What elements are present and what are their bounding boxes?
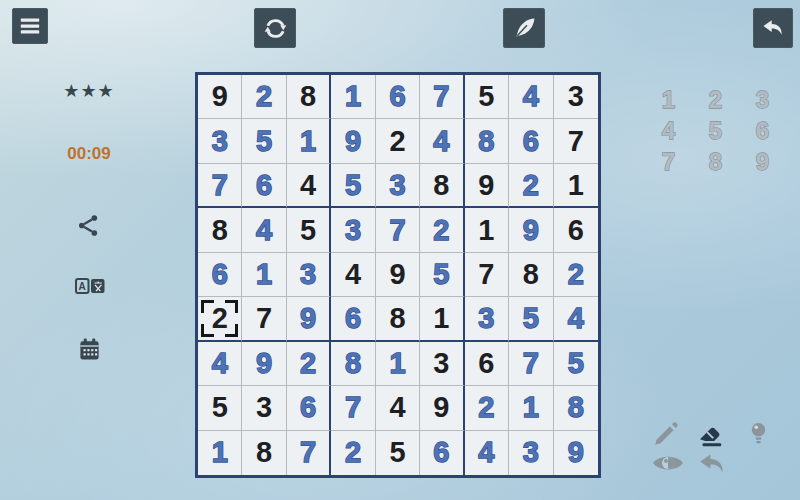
pad-digit-7[interactable]: 7 xyxy=(662,148,675,176)
cell-r4c4[interactable]: 3 xyxy=(331,208,375,252)
cell-r5c4[interactable]: 4 xyxy=(331,253,375,297)
cell-r1c1[interactable]: 9 xyxy=(198,75,242,119)
cell-value: 9 xyxy=(389,260,405,289)
cell-r7c7[interactable]: 6 xyxy=(465,342,509,386)
cell-value: 6 xyxy=(433,438,449,467)
cell-r4c2[interactable]: 4 xyxy=(242,208,286,252)
menu-button[interactable] xyxy=(12,8,48,44)
cell-value: 2 xyxy=(389,127,405,156)
cell-r7c8[interactable]: 7 xyxy=(509,342,553,386)
cell-r3c8[interactable]: 2 xyxy=(509,164,553,208)
hamburger-menu-icon xyxy=(17,13,43,39)
cell-r2c7[interactable]: 8 xyxy=(465,119,509,163)
cell-value: 2 xyxy=(523,171,539,200)
cell-value: 8 xyxy=(478,127,494,156)
cell-r5c9[interactable]: 2 xyxy=(554,253,598,297)
cell-value: 1 xyxy=(478,216,494,245)
cell-r9c4[interactable]: 2 xyxy=(331,431,375,475)
cell-value: 8 xyxy=(433,171,449,200)
cell-value: 8 xyxy=(256,438,272,467)
cell-value: 5 xyxy=(345,171,361,200)
cell-r7c3[interactable]: 2 xyxy=(287,342,331,386)
cell-r4c9[interactable]: 6 xyxy=(554,208,598,252)
cell-r2c9[interactable]: 7 xyxy=(554,119,598,163)
cell-value: 9 xyxy=(256,349,272,378)
cell-value: 4 xyxy=(389,393,405,422)
number-pad: 123456789 xyxy=(645,84,786,177)
cell-r5c6[interactable]: 5 xyxy=(420,253,464,297)
cell-value: 7 xyxy=(212,171,228,200)
cell-r6c9[interactable]: 4 xyxy=(554,297,598,341)
cell-r1c5[interactable]: 6 xyxy=(376,75,420,119)
cell-r1c8[interactable]: 4 xyxy=(509,75,553,119)
cell-value: 7 xyxy=(568,127,584,156)
cell-value: 5 xyxy=(523,304,539,333)
cell-r4c8[interactable]: 9 xyxy=(509,208,553,252)
calendar-button[interactable] xyxy=(78,337,101,362)
difficulty-stars: ★★★ xyxy=(57,80,121,102)
cell-r4c5[interactable]: 7 xyxy=(376,208,420,252)
cell-value: 7 xyxy=(345,393,361,422)
cell-value: 2 xyxy=(478,393,494,422)
calendar-icon xyxy=(78,337,101,362)
cell-value: 7 xyxy=(478,260,494,289)
cell-value: 2 xyxy=(568,260,584,289)
cell-value: 2 xyxy=(256,82,272,111)
share-icon xyxy=(76,212,101,239)
cell-r1c7[interactable]: 5 xyxy=(465,75,509,119)
cell-r7c4[interactable]: 8 xyxy=(331,342,375,386)
cell-value: 7 xyxy=(523,349,539,378)
cell-value: 7 xyxy=(389,216,405,245)
restart-sync-icon xyxy=(262,15,289,42)
undo-button[interactable] xyxy=(695,448,729,480)
share-button[interactable] xyxy=(76,212,101,239)
cell-r5c5[interactable]: 9 xyxy=(376,253,420,297)
cell-value: 8 xyxy=(568,393,584,422)
cell-r9c7[interactable]: 4 xyxy=(465,431,509,475)
pad-digit-6[interactable]: 6 xyxy=(756,117,769,145)
cell-value: 6 xyxy=(256,171,272,200)
cell-value: 5 xyxy=(389,438,405,467)
translate-icon: A xyxy=(75,276,105,296)
cell-r3c5[interactable]: 3 xyxy=(376,164,420,208)
cell-r8c8[interactable]: 1 xyxy=(509,386,553,430)
cell-value: 5 xyxy=(433,260,449,289)
pad-digit-8[interactable]: 8 xyxy=(709,148,722,176)
pad-digit-4[interactable]: 4 xyxy=(662,117,675,145)
cell-value: 6 xyxy=(478,349,494,378)
cell-r9c2[interactable]: 8 xyxy=(242,431,286,475)
cell-r6c6[interactable]: 1 xyxy=(420,297,464,341)
cell-value: 8 xyxy=(345,349,361,378)
cell-value: 5 xyxy=(478,82,494,111)
pad-digit-2[interactable]: 2 xyxy=(709,86,722,114)
cell-r8c9[interactable]: 8 xyxy=(554,386,598,430)
cell-r6c2[interactable]: 7 xyxy=(242,297,286,341)
cell-r3c7[interactable]: 9 xyxy=(465,164,509,208)
cell-r6c1[interactable]: 2 xyxy=(198,297,242,341)
cell-value: 4 xyxy=(345,260,361,289)
restart-button[interactable] xyxy=(254,8,296,48)
eraser-icon xyxy=(696,419,726,449)
cell-r8c3[interactable]: 6 xyxy=(287,386,331,430)
cell-value: 3 xyxy=(345,216,361,245)
cell-r6c5[interactable]: 8 xyxy=(376,297,420,341)
eye-icon xyxy=(651,451,685,475)
cell-r3c4[interactable]: 5 xyxy=(331,164,375,208)
cell-r5c7[interactable]: 7 xyxy=(465,253,509,297)
pencil-button[interactable] xyxy=(650,420,680,450)
cell-r6c4[interactable]: 6 xyxy=(331,297,375,341)
cell-value: 5 xyxy=(568,349,584,378)
pad-digit-3[interactable]: 3 xyxy=(756,86,769,114)
back-button[interactable] xyxy=(753,8,793,48)
sudoku-board: 9281675433519248677645389218453721966134… xyxy=(195,72,601,478)
cell-value: 9 xyxy=(212,82,228,111)
cell-value: 1 xyxy=(523,393,539,422)
cell-r8c5[interactable]: 4 xyxy=(376,386,420,430)
cell-r3c3[interactable]: 4 xyxy=(287,164,331,208)
cell-r1c2[interactable]: 2 xyxy=(242,75,286,119)
cell-r5c8[interactable]: 8 xyxy=(509,253,553,297)
cell-r5c3[interactable]: 3 xyxy=(287,253,331,297)
cell-value: 3 xyxy=(433,349,449,378)
cell-value: 6 xyxy=(212,260,228,289)
cell-value: 6 xyxy=(523,127,539,156)
cell-r9c8[interactable]: 3 xyxy=(509,431,553,475)
eraser-button[interactable] xyxy=(696,419,726,449)
cell-value: 5 xyxy=(256,127,272,156)
timer: 00:09 xyxy=(57,144,121,164)
cell-r7c1[interactable]: 4 xyxy=(198,342,242,386)
cell-value: 2 xyxy=(300,349,316,378)
cell-r9c5[interactable]: 5 xyxy=(376,431,420,475)
cell-value: 7 xyxy=(256,304,272,333)
cell-value: 2 xyxy=(345,438,361,467)
cell-value: 7 xyxy=(433,82,449,111)
svg-text:A: A xyxy=(79,281,86,292)
cell-value: 4 xyxy=(523,82,539,111)
hint-button[interactable] xyxy=(745,419,772,449)
cell-r6c8[interactable]: 5 xyxy=(509,297,553,341)
lightbulb-hint-icon xyxy=(745,419,772,449)
pad-digit-1[interactable]: 1 xyxy=(662,86,675,114)
cell-r8c1[interactable]: 5 xyxy=(198,386,242,430)
cell-value: 4 xyxy=(300,171,316,200)
cell-r8c6[interactable]: 9 xyxy=(420,386,464,430)
eye-button[interactable] xyxy=(651,451,685,475)
cell-value: 6 xyxy=(345,304,361,333)
undo-arrow-icon xyxy=(760,15,786,41)
cell-value: 9 xyxy=(568,438,584,467)
cell-value: 1 xyxy=(389,349,405,378)
cell-r2c3[interactable]: 1 xyxy=(287,119,331,163)
cell-value: 1 xyxy=(568,171,584,200)
cell-r7c5[interactable]: 1 xyxy=(376,342,420,386)
cell-value: 9 xyxy=(345,127,361,156)
cell-value: 3 xyxy=(389,171,405,200)
cell-r3c9[interactable]: 1 xyxy=(554,164,598,208)
cell-r4c1[interactable]: 8 xyxy=(198,208,242,252)
cell-r5c2[interactable]: 1 xyxy=(242,253,286,297)
cell-value: 8 xyxy=(523,260,539,289)
pen-mode-button[interactable] xyxy=(503,8,545,48)
cell-r9c1[interactable]: 1 xyxy=(198,431,242,475)
cell-r7c6[interactable]: 3 xyxy=(420,342,464,386)
cell-r8c7[interactable]: 2 xyxy=(465,386,509,430)
pad-digit-5[interactable]: 5 xyxy=(709,117,722,145)
cell-r3c2[interactable]: 6 xyxy=(242,164,286,208)
cell-value: 5 xyxy=(300,216,316,245)
cell-r6c3[interactable]: 9 xyxy=(287,297,331,341)
cell-r9c9[interactable]: 9 xyxy=(554,431,598,475)
cell-value: 9 xyxy=(523,216,539,245)
cell-r8c4[interactable]: 7 xyxy=(331,386,375,430)
cell-value: 9 xyxy=(433,393,449,422)
cell-r2c6[interactable]: 4 xyxy=(420,119,464,163)
cell-value: 3 xyxy=(256,393,272,422)
cell-r2c1[interactable]: 3 xyxy=(198,119,242,163)
cell-r1c6[interactable]: 7 xyxy=(420,75,464,119)
cell-value: 2 xyxy=(212,304,228,333)
cell-value: 5 xyxy=(212,393,228,422)
cell-r1c3[interactable]: 8 xyxy=(287,75,331,119)
cell-value: 3 xyxy=(523,438,539,467)
cell-value: 3 xyxy=(300,260,316,289)
undo-arrow-icon xyxy=(695,448,729,480)
cell-value: 4 xyxy=(568,304,584,333)
translate-button[interactable]: A xyxy=(75,276,105,296)
cell-r2c5[interactable]: 2 xyxy=(376,119,420,163)
cell-r7c2[interactable]: 9 xyxy=(242,342,286,386)
cell-r7c9[interactable]: 5 xyxy=(554,342,598,386)
cell-r6c7[interactable]: 3 xyxy=(465,297,509,341)
cell-r2c8[interactable]: 6 xyxy=(509,119,553,163)
cell-value: 9 xyxy=(478,171,494,200)
pad-digit-9[interactable]: 9 xyxy=(756,148,769,176)
cell-value: 6 xyxy=(300,393,316,422)
cell-r8c2[interactable]: 3 xyxy=(242,386,286,430)
cell-value: 4 xyxy=(433,127,449,156)
feather-pen-icon xyxy=(511,15,538,42)
cell-value: 8 xyxy=(212,216,228,245)
cell-value: 1 xyxy=(256,260,272,289)
cell-r3c6[interactable]: 8 xyxy=(420,164,464,208)
cell-value: 8 xyxy=(389,304,405,333)
cell-value: 3 xyxy=(478,304,494,333)
cell-value: 6 xyxy=(389,82,405,111)
cell-r2c2[interactable]: 5 xyxy=(242,119,286,163)
cell-value: 4 xyxy=(256,216,272,245)
cell-value: 7 xyxy=(300,438,316,467)
cell-value: 1 xyxy=(212,438,228,467)
cell-r9c6[interactable]: 6 xyxy=(420,431,464,475)
cell-value: 9 xyxy=(300,304,316,333)
cell-value: 4 xyxy=(212,349,228,378)
cell-value: 1 xyxy=(300,127,316,156)
cell-r1c4[interactable]: 1 xyxy=(331,75,375,119)
cell-value: 1 xyxy=(433,304,449,333)
pencil-icon xyxy=(650,420,680,450)
cell-value: 4 xyxy=(478,438,494,467)
cell-value: 8 xyxy=(300,82,316,111)
cell-r1c9[interactable]: 3 xyxy=(554,75,598,119)
cell-r5c1[interactable]: 6 xyxy=(198,253,242,297)
cell-value: 3 xyxy=(568,82,584,111)
cell-r2c4[interactable]: 9 xyxy=(331,119,375,163)
cell-r4c6[interactable]: 2 xyxy=(420,208,464,252)
cell-value: 6 xyxy=(568,216,584,245)
cell-r4c7[interactable]: 1 xyxy=(465,208,509,252)
cell-r3c1[interactable]: 7 xyxy=(198,164,242,208)
cell-r4c3[interactable]: 5 xyxy=(287,208,331,252)
cell-value: 1 xyxy=(345,82,361,111)
cell-r9c3[interactable]: 7 xyxy=(287,431,331,475)
cell-value: 3 xyxy=(212,127,228,156)
cell-value: 2 xyxy=(433,216,449,245)
